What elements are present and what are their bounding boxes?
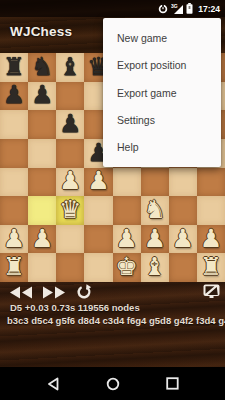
square-b4[interactable] <box>28 168 56 197</box>
piece-white-king: ♚ <box>115 254 137 279</box>
square-b2[interactable]: ♟ <box>28 225 56 254</box>
menu-item-export-game[interactable]: Export game <box>103 82 221 104</box>
square-h4[interactable] <box>197 168 225 197</box>
square-e2[interactable]: ♟ <box>113 225 141 254</box>
square-c7[interactable] <box>56 82 84 111</box>
clock-time: 17:24 <box>198 4 220 14</box>
piece-black-pawn: ♟ <box>59 111 81 136</box>
square-g4[interactable] <box>169 168 197 197</box>
square-a6[interactable] <box>0 110 28 139</box>
square-a4[interactable] <box>0 168 28 197</box>
restart-engine-button[interactable] <box>76 284 92 304</box>
app-title: WJChess <box>10 24 72 39</box>
piece-white-pawn: ♟ <box>115 226 137 251</box>
menu-item-new-game[interactable]: New game <box>103 27 221 49</box>
popup-menu: New game Export position Export game Set… <box>103 18 221 167</box>
square-d4[interactable]: ♟ <box>84 168 112 197</box>
navigation-bar <box>0 367 225 400</box>
back-button[interactable] <box>43 374 63 394</box>
square-b8[interactable]: ♞ <box>28 53 56 82</box>
piece-white-rook: ♜ <box>200 254 222 279</box>
square-e3[interactable] <box>113 196 141 225</box>
data-saver-icon <box>158 4 168 14</box>
square-b6[interactable] <box>28 110 56 139</box>
square-c6[interactable]: ♟ <box>56 110 84 139</box>
square-c4[interactable]: ♟ <box>56 168 84 197</box>
network-3g-signal-icon: 3G <box>171 3 183 14</box>
piece-white-knight: ♞ <box>143 197 165 222</box>
menu-item-help[interactable]: Help <box>103 136 221 158</box>
piece-black-rook: ♜ <box>3 54 25 79</box>
square-a1[interactable]: ♜ <box>0 253 28 282</box>
square-d3[interactable] <box>84 196 112 225</box>
square-d1[interactable] <box>84 253 112 282</box>
square-a2[interactable]: ♟ <box>0 225 28 254</box>
square-b3[interactable] <box>28 196 56 225</box>
recents-button[interactable] <box>162 374 182 394</box>
square-g2[interactable]: ♟ <box>169 225 197 254</box>
engine-info-line: D5 +0.03 0.73s 119556 nodes <box>10 302 225 313</box>
square-b1[interactable] <box>28 253 56 282</box>
phone-screen: 3G 17:24 WJChess ♜♞♝♛♟♟♟♟♟♟♛♞♟♟♟♟♟♟♜♚♝♜ … <box>0 0 225 400</box>
svg-text:3G: 3G <box>171 3 178 9</box>
square-g1[interactable] <box>169 253 197 282</box>
square-c5[interactable] <box>56 139 84 168</box>
piece-black-knight: ♞ <box>31 54 53 79</box>
square-f2[interactable]: ♟ <box>141 225 169 254</box>
square-b7[interactable]: ♟ <box>28 82 56 111</box>
piece-white-pawn: ♟ <box>87 168 109 193</box>
square-c8[interactable]: ♝ <box>56 53 84 82</box>
square-a8[interactable]: ♜ <box>0 53 28 82</box>
home-button[interactable] <box>103 374 123 394</box>
square-e1[interactable]: ♚ <box>113 253 141 282</box>
square-c1[interactable] <box>56 253 84 282</box>
menu-item-settings[interactable]: Settings <box>103 109 221 131</box>
piece-white-pawn: ♟ <box>3 226 25 251</box>
square-d2[interactable] <box>84 225 112 254</box>
square-a3[interactable] <box>0 196 28 225</box>
square-f4[interactable] <box>141 168 169 197</box>
square-f1[interactable]: ♝ <box>141 253 169 282</box>
piece-white-pawn: ♟ <box>31 226 53 251</box>
square-g3[interactable] <box>169 196 197 225</box>
square-c3[interactable]: ♛ <box>56 196 84 225</box>
piece-black-bishop: ♝ <box>59 54 81 79</box>
piece-white-pawn: ♟ <box>143 226 165 251</box>
square-a7[interactable]: ♟ <box>0 82 28 111</box>
piece-white-bishop: ♝ <box>143 254 165 279</box>
piece-white-pawn: ♟ <box>59 168 81 193</box>
square-a5[interactable] <box>0 139 28 168</box>
square-h1[interactable]: ♜ <box>197 253 225 282</box>
square-f3[interactable]: ♞ <box>141 196 169 225</box>
piece-black-pawn: ♟ <box>3 82 25 107</box>
square-c2[interactable] <box>56 225 84 254</box>
square-h2[interactable]: ♟ <box>197 225 225 254</box>
piece-white-pawn: ♟ <box>200 226 222 251</box>
piece-white-rook: ♜ <box>3 254 25 279</box>
piece-white-queen: ♛ <box>59 197 81 222</box>
battery-icon <box>186 3 193 14</box>
square-e4[interactable] <box>113 168 141 197</box>
forward-button[interactable] <box>42 285 66 303</box>
menu-item-export-position[interactable]: Export position <box>103 54 221 76</box>
controls-row <box>0 284 225 302</box>
engine-pv-line: b3c3 d5c4 g5f6 d8d4 c3d4 f6g4 g5d8 g4f2 … <box>7 315 225 326</box>
rewind-button[interactable] <box>9 285 33 303</box>
square-b5[interactable] <box>28 139 56 168</box>
computer-board-toggle[interactable] <box>203 284 220 303</box>
square-h3[interactable] <box>197 196 225 225</box>
status-bar: 3G 17:24 <box>0 0 225 17</box>
piece-white-pawn: ♟ <box>172 226 194 251</box>
piece-black-pawn: ♟ <box>31 82 53 107</box>
